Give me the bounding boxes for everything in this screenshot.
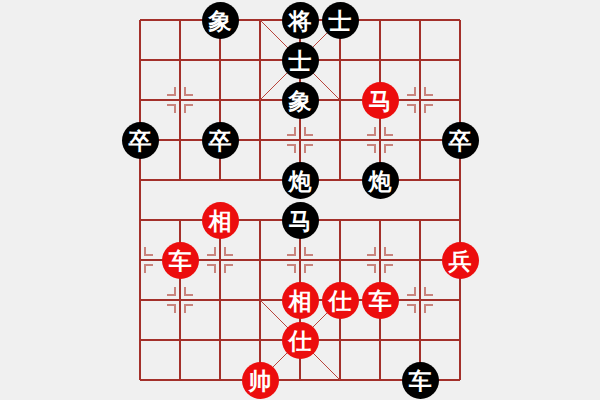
black-horse[interactable]: 马 [282,202,319,239]
black-general[interactable]: 将 [282,2,319,39]
red-horse[interactable]: 马 [362,82,399,119]
black-pawn[interactable]: 卒 [122,122,159,159]
black-elephant[interactable]: 象 [282,82,319,119]
red-elephant[interactable]: 相 [202,202,239,239]
black-cannon[interactable]: 炮 [362,162,399,199]
black-chariot[interactable]: 车 [402,362,439,399]
black-pawn[interactable]: 卒 [442,122,479,159]
red-elephant[interactable]: 相 [282,282,319,319]
black-advisor[interactable]: 士 [282,42,319,79]
black-cannon[interactable]: 炮 [282,162,319,199]
red-chariot[interactable]: 车 [362,282,399,319]
black-elephant[interactable]: 象 [202,2,239,39]
black-pawn[interactable]: 卒 [202,122,239,159]
red-general[interactable]: 帅 [242,362,279,399]
red-advisor[interactable]: 仕 [322,282,359,319]
red-advisor[interactable]: 仕 [282,322,319,359]
red-chariot[interactable]: 车 [162,242,199,279]
red-pawn[interactable]: 兵 [442,242,479,279]
black-advisor[interactable]: 士 [322,2,359,39]
pieces-layer: 象将士士象马卒卒卒炮炮相马车兵相仕车仕帅车 [0,0,600,400]
xiangqi-diagram: 象将士士象马卒卒卒炮炮相马车兵相仕车仕帅车 [0,0,600,400]
